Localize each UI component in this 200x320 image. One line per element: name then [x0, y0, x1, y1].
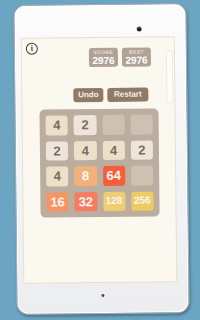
- undo-button[interactable]: Undo: [73, 88, 103, 102]
- tile-r3c2: 8: [74, 166, 96, 186]
- tile-r4c1: 16: [46, 192, 68, 212]
- tile-r3c4: [131, 165, 153, 185]
- score-panel: SCORE 2976 BEST 2976: [89, 47, 151, 67]
- info-icon[interactable]: i: [26, 43, 38, 55]
- best-value: 2976: [125, 55, 147, 66]
- restart-button[interactable]: Restart: [107, 88, 148, 102]
- tile-r3c3: 64: [103, 166, 125, 186]
- tile-r2c2: 4: [74, 141, 96, 161]
- tablet-frame: i SCORE 2976 BEST 2976 Undo Restart 4 2 …: [13, 3, 189, 315]
- tile-r1c1: 4: [46, 115, 68, 135]
- best-box: BEST 2976: [122, 47, 151, 66]
- score-box: SCORE 2976: [89, 48, 118, 67]
- game-screen: i SCORE 2976 BEST 2976 Undo Restart 4 2 …: [21, 36, 178, 284]
- tile-r2c4: 2: [131, 140, 153, 160]
- tile-r2c3: 4: [102, 140, 124, 160]
- tile-r2c1: 2: [46, 141, 68, 161]
- tile-r3c1: 4: [46, 166, 68, 186]
- camera-icon: [137, 27, 142, 32]
- home-dot-icon: [101, 294, 104, 297]
- tile-r4c3: 128: [103, 191, 125, 211]
- tile-r1c2: 2: [74, 115, 96, 135]
- tile-r4c4: 256: [131, 191, 153, 211]
- button-row: Undo Restart: [73, 88, 148, 103]
- tile-r1c3: [102, 115, 124, 135]
- tile-r4c2: 32: [75, 192, 97, 212]
- tile-r1c4: [130, 114, 152, 134]
- board-grid[interactable]: 4 2 2 4 4 2 4 8 64 16 32 128 256: [39, 108, 159, 217]
- score-value: 2976: [92, 55, 114, 66]
- scrollbar-thumb[interactable]: [166, 50, 174, 103]
